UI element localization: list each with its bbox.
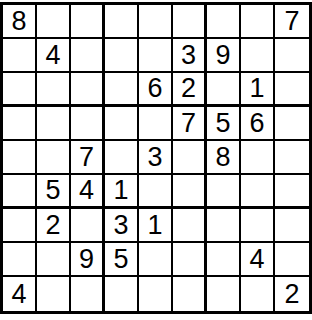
cell-r5c9[interactable]: [275, 141, 309, 175]
cell-r3c2[interactable]: [37, 73, 71, 107]
cell-r6c1[interactable]: [3, 175, 37, 209]
cell-r2c3[interactable]: [71, 39, 105, 73]
cell-r5c8[interactable]: [241, 141, 275, 175]
cell-r8c6[interactable]: [173, 243, 207, 277]
cell-r5c6[interactable]: [173, 141, 207, 175]
cell-r5c5[interactable]: 3: [139, 141, 173, 175]
cell-r1c2[interactable]: [37, 5, 71, 39]
cell-r1c1[interactable]: 8: [3, 5, 37, 39]
cell-r7c6[interactable]: [173, 209, 207, 243]
cell-r4c7[interactable]: 5: [207, 107, 241, 141]
cell-r7c4[interactable]: 3: [105, 209, 139, 243]
cell-r4c8[interactable]: 6: [241, 107, 275, 141]
cell-r7c1[interactable]: [3, 209, 37, 243]
cell-r8c3[interactable]: 9: [71, 243, 105, 277]
sudoku-puzzle: 8743962175673854123195442: [0, 2, 312, 314]
cell-r9c8[interactable]: [241, 277, 275, 311]
cell-r1c6[interactable]: [173, 5, 207, 39]
cell-r9c6[interactable]: [173, 277, 207, 311]
cell-r2c2[interactable]: 4: [37, 39, 71, 73]
cell-r6c9[interactable]: [275, 175, 309, 209]
cell-r6c5[interactable]: [139, 175, 173, 209]
cell-r4c2[interactable]: [37, 107, 71, 141]
cell-r1c3[interactable]: [71, 5, 105, 39]
cell-r4c6[interactable]: 7: [173, 107, 207, 141]
cell-r2c6[interactable]: 3: [173, 39, 207, 73]
cell-r4c1[interactable]: [3, 107, 37, 141]
cell-r7c5[interactable]: 1: [139, 209, 173, 243]
cell-r2c9[interactable]: [275, 39, 309, 73]
cell-r6c7[interactable]: [207, 175, 241, 209]
cell-r5c4[interactable]: [105, 141, 139, 175]
cell-r1c4[interactable]: [105, 5, 139, 39]
cell-r9c7[interactable]: [207, 277, 241, 311]
cell-r1c5[interactable]: [139, 5, 173, 39]
cell-r9c1[interactable]: 4: [3, 277, 37, 311]
cell-r2c7[interactable]: 9: [207, 39, 241, 73]
cell-r5c3[interactable]: 7: [71, 141, 105, 175]
cell-r6c3[interactable]: 4: [71, 175, 105, 209]
cell-r8c8[interactable]: 4: [241, 243, 275, 277]
cell-r9c3[interactable]: [71, 277, 105, 311]
cell-r7c3[interactable]: [71, 209, 105, 243]
cell-r8c4[interactable]: 5: [105, 243, 139, 277]
cell-r2c1[interactable]: [3, 39, 37, 73]
cell-r1c9[interactable]: 7: [275, 5, 309, 39]
cell-r6c8[interactable]: [241, 175, 275, 209]
cell-r8c1[interactable]: [3, 243, 37, 277]
cell-r9c5[interactable]: [139, 277, 173, 311]
cell-r4c5[interactable]: [139, 107, 173, 141]
cell-r6c2[interactable]: 5: [37, 175, 71, 209]
cell-r5c1[interactable]: [3, 141, 37, 175]
cell-r3c7[interactable]: [207, 73, 241, 107]
cell-r2c8[interactable]: [241, 39, 275, 73]
cell-r7c8[interactable]: [241, 209, 275, 243]
cell-r4c3[interactable]: [71, 107, 105, 141]
cell-r9c4[interactable]: [105, 277, 139, 311]
cell-r3c5[interactable]: 6: [139, 73, 173, 107]
sudoku-board: 8743962175673854123195442: [0, 2, 312, 314]
cell-r3c6[interactable]: 2: [173, 73, 207, 107]
cell-r7c2[interactable]: 2: [37, 209, 71, 243]
cell-r5c2[interactable]: [37, 141, 71, 175]
cell-r9c2[interactable]: [37, 277, 71, 311]
cell-r6c4[interactable]: 1: [105, 175, 139, 209]
cell-r6c6[interactable]: [173, 175, 207, 209]
cell-r3c1[interactable]: [3, 73, 37, 107]
cell-r9c9[interactable]: 2: [275, 277, 309, 311]
cell-r4c9[interactable]: [275, 107, 309, 141]
cell-r5c7[interactable]: 8: [207, 141, 241, 175]
cell-r1c8[interactable]: [241, 5, 275, 39]
cell-r1c7[interactable]: [207, 5, 241, 39]
cell-r2c4[interactable]: [105, 39, 139, 73]
cell-r7c7[interactable]: [207, 209, 241, 243]
cell-r8c7[interactable]: [207, 243, 241, 277]
cell-r8c2[interactable]: [37, 243, 71, 277]
cell-r2c5[interactable]: [139, 39, 173, 73]
cell-r3c9[interactable]: [275, 73, 309, 107]
cell-r3c8[interactable]: 1: [241, 73, 275, 107]
cell-r4c4[interactable]: [105, 107, 139, 141]
cell-r7c9[interactable]: [275, 209, 309, 243]
cell-r3c3[interactable]: [71, 73, 105, 107]
cell-r8c9[interactable]: [275, 243, 309, 277]
cell-r3c4[interactable]: [105, 73, 139, 107]
cell-r8c5[interactable]: [139, 243, 173, 277]
